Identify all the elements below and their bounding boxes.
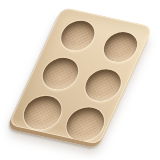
muffin-cup bbox=[60, 103, 109, 143]
muffin-pan bbox=[8, 7, 153, 145]
muffin-cup bbox=[37, 55, 84, 93]
muffin-cup bbox=[98, 29, 142, 64]
muffin-cup bbox=[79, 66, 126, 104]
product-photo-background bbox=[0, 0, 160, 160]
muffin-cup bbox=[18, 92, 67, 132]
muffin-cup bbox=[56, 17, 100, 52]
